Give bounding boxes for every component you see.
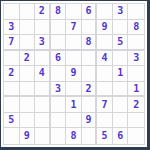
- cell-r1c6[interactable]: 6: [82, 4, 98, 20]
- cell-r1c1[interactable]: [4, 4, 20, 20]
- cell-r8c5[interactable]: [66, 113, 82, 129]
- cell-r1c5[interactable]: [66, 4, 82, 20]
- cell-r8c8[interactable]: [113, 113, 129, 129]
- cell-r3c7[interactable]: [97, 35, 113, 51]
- cell-r9c5[interactable]: 8: [66, 128, 82, 144]
- cell-r3c6[interactable]: 8: [82, 35, 98, 51]
- cell-r2c5[interactable]: 7: [66, 20, 82, 36]
- cell-r5c9[interactable]: [128, 66, 144, 82]
- cell-r7c3[interactable]: [35, 97, 51, 113]
- cell-r7c4[interactable]: [51, 97, 67, 113]
- cell-r2c6[interactable]: [82, 20, 98, 36]
- cell-r5c8[interactable]: 1: [113, 66, 129, 82]
- cell-r1c3[interactable]: 2: [35, 4, 51, 20]
- cell-r5c4[interactable]: [51, 66, 67, 82]
- cell-r8c4[interactable]: [51, 113, 67, 129]
- cell-r3c3[interactable]: 3: [35, 35, 51, 51]
- cell-r7c1[interactable]: [4, 97, 20, 113]
- cell-r9c1[interactable]: [4, 128, 20, 144]
- cell-r3c1[interactable]: 7: [4, 35, 20, 51]
- cell-r9c2[interactable]: 9: [20, 128, 36, 144]
- cell-r3c9[interactable]: [128, 35, 144, 51]
- cell-r4c8[interactable]: [113, 51, 129, 67]
- cell-r4c5[interactable]: [66, 51, 82, 67]
- cell-r6c8[interactable]: [113, 82, 129, 98]
- cell-r1c9[interactable]: [128, 4, 144, 20]
- cell-r3c2[interactable]: [20, 35, 36, 51]
- cell-r4c3[interactable]: [35, 51, 51, 67]
- cell-r5c6[interactable]: [82, 66, 98, 82]
- cell-r6c3[interactable]: [35, 82, 51, 98]
- cell-r1c7[interactable]: [97, 4, 113, 20]
- cell-r3c5[interactable]: [66, 35, 82, 51]
- cell-r9c4[interactable]: [51, 128, 67, 144]
- cell-r7c2[interactable]: [20, 97, 36, 113]
- cell-r9c3[interactable]: [35, 128, 51, 144]
- cell-r6c1[interactable]: [4, 82, 20, 98]
- cell-r9c8[interactable]: 6: [113, 128, 129, 144]
- cell-r3c8[interactable]: 5: [113, 35, 129, 51]
- cell-r5c3[interactable]: 4: [35, 66, 51, 82]
- cell-r8c9[interactable]: [128, 113, 144, 129]
- cell-r8c1[interactable]: 5: [4, 113, 20, 129]
- cell-r4c9[interactable]: 3: [128, 51, 144, 67]
- cell-r6c4[interactable]: 3: [51, 82, 67, 98]
- cell-r6c5[interactable]: [66, 82, 82, 98]
- cell-r8c7[interactable]: [97, 113, 113, 129]
- cell-r9c6[interactable]: [82, 128, 98, 144]
- cell-r7c6[interactable]: [82, 97, 98, 113]
- cell-r7c5[interactable]: 1: [66, 97, 82, 113]
- cell-r1c4[interactable]: 8: [51, 4, 67, 20]
- cell-r5c2[interactable]: [20, 66, 36, 82]
- cell-r2c3[interactable]: [35, 20, 51, 36]
- cell-r1c2[interactable]: [20, 4, 36, 20]
- cell-r6c2[interactable]: [20, 82, 36, 98]
- cell-r4c7[interactable]: 4: [97, 51, 113, 67]
- cell-r8c3[interactable]: [35, 113, 51, 129]
- cell-r7c9[interactable]: 2: [128, 97, 144, 113]
- cell-r8c2[interactable]: [20, 113, 36, 129]
- cell-r6c7[interactable]: [97, 82, 113, 98]
- cell-r5c7[interactable]: [97, 66, 113, 82]
- cell-r9c7[interactable]: 5: [97, 128, 113, 144]
- sudoku-board: 28633798738526432491321172599856: [0, 0, 150, 150]
- cell-r8c6[interactable]: 9: [82, 113, 98, 129]
- cell-r2c8[interactable]: [113, 20, 129, 36]
- cell-r4c6[interactable]: [82, 51, 98, 67]
- cell-r4c2[interactable]: 2: [20, 51, 36, 67]
- cell-r1c8[interactable]: 3: [113, 4, 129, 20]
- cell-r6c9[interactable]: 1: [128, 82, 144, 98]
- cell-r6c6[interactable]: 2: [82, 82, 98, 98]
- cell-r5c5[interactable]: 9: [66, 66, 82, 82]
- cell-r9c9[interactable]: [128, 128, 144, 144]
- cell-r4c4[interactable]: 6: [51, 51, 67, 67]
- cell-r2c2[interactable]: [20, 20, 36, 36]
- cell-r2c9[interactable]: 8: [128, 20, 144, 36]
- sudoku-grid: 28633798738526432491321172599856: [3, 3, 145, 145]
- cell-r5c1[interactable]: 2: [4, 66, 20, 82]
- cell-r2c1[interactable]: 3: [4, 20, 20, 36]
- cell-r7c7[interactable]: 7: [97, 97, 113, 113]
- cell-r2c7[interactable]: 9: [97, 20, 113, 36]
- cell-r3c4[interactable]: [51, 35, 67, 51]
- cell-r2c4[interactable]: [51, 20, 67, 36]
- cell-r4c1[interactable]: [4, 51, 20, 67]
- cell-r7c8[interactable]: [113, 97, 129, 113]
